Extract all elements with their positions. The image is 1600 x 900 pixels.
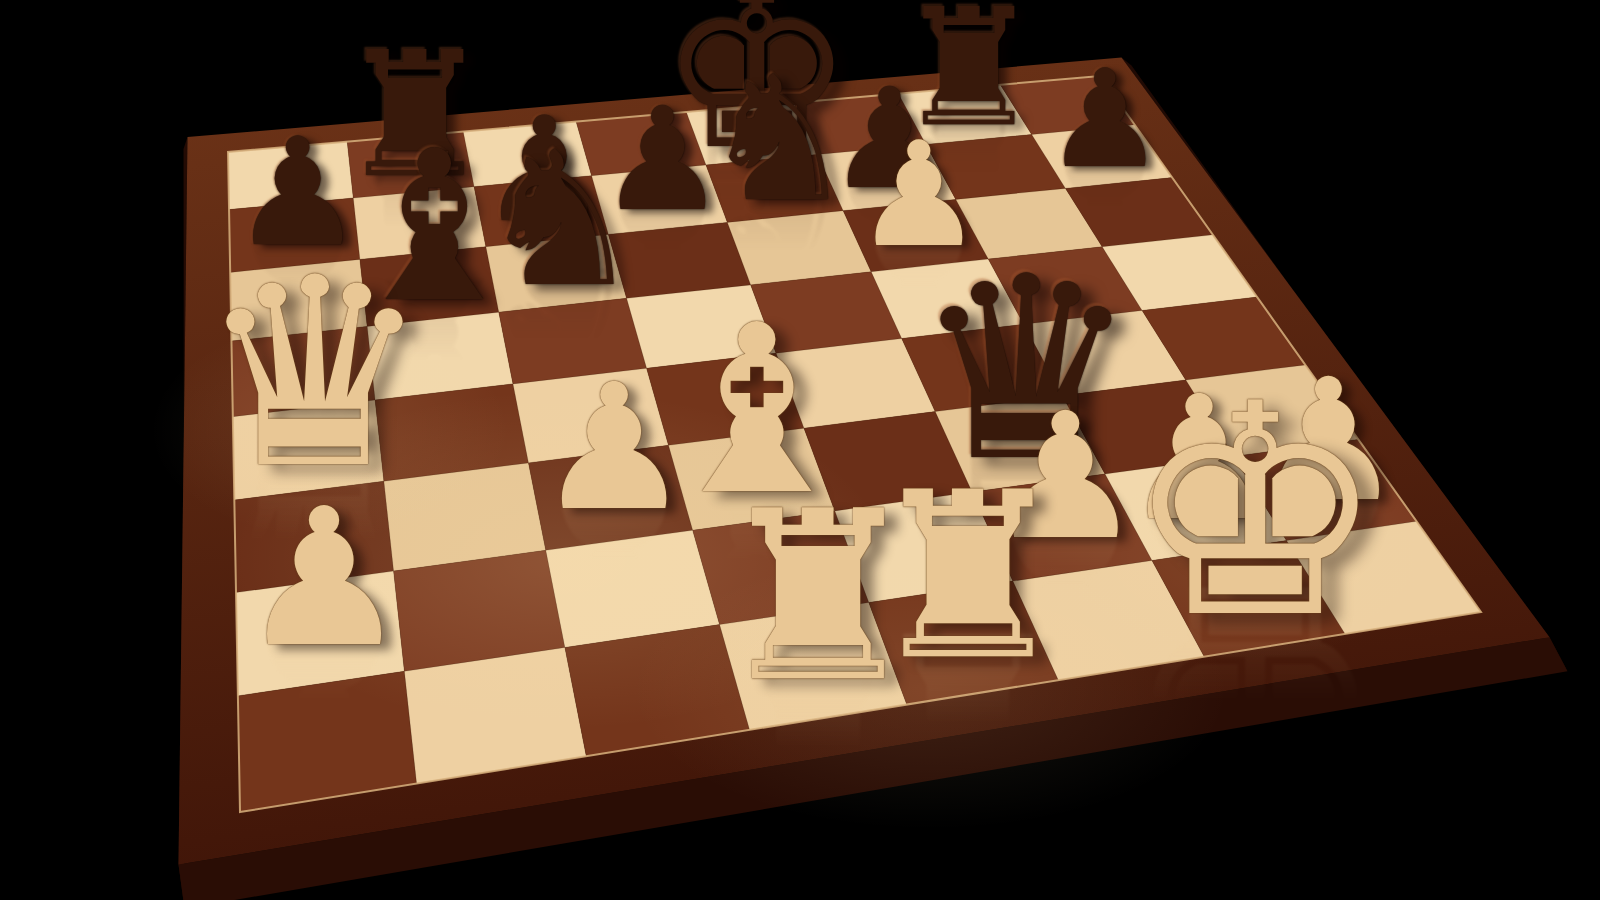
piece-black-knight-c6[interactable]: ♞ — [477, 128, 643, 314]
piece-black-pawn-h7[interactable]: ♟ — [1044, 52, 1165, 187]
chess-3d-scene: ♜♜♚♚♜♜♟♟♟♟♟♟♞♞♟♟♟♟♝♝♞♞♟♟♛♛♟♟♝♝♛♛♟♟♟♟♟♟♟♟… — [0, 0, 1600, 900]
piece-white-queen-a4[interactable]: ♛ — [197, 244, 431, 505]
piece-white-king-g1[interactable]: ♚ — [1124, 366, 1386, 659]
piece-white-rook-e1[interactable]: ♜ — [865, 461, 1071, 691]
piece-white-pawn-a2[interactable]: ♟ — [239, 483, 410, 673]
pieces-layer: ♜♜♚♚♜♜♟♟♟♟♟♟♞♞♟♟♟♟♝♝♞♞♟♟♛♛♟♟♝♝♛♛♟♟♟♟♟♟♟♟… — [0, 0, 1600, 900]
